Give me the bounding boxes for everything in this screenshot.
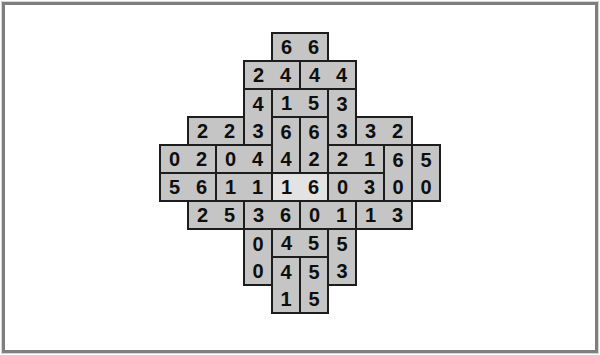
domino-value: 6 xyxy=(301,118,327,145)
domino-5-3[interactable]: 53 xyxy=(327,228,357,286)
domino-value: 2 xyxy=(189,202,216,228)
domino-0-1[interactable]: 01 xyxy=(299,200,357,230)
domino-value: 2 xyxy=(384,118,411,144)
domino-value: 3 xyxy=(384,202,411,228)
domino-value: 6 xyxy=(385,146,411,173)
domino-value: 1 xyxy=(357,202,384,228)
domino-value: 2 xyxy=(216,118,243,144)
page: 6624444315332264623202042160505611160325… xyxy=(0,0,600,355)
domino-value: 5 xyxy=(216,202,243,228)
domino-0-0[interactable]: 00 xyxy=(243,228,273,286)
domino-value: 1 xyxy=(328,202,355,228)
domino-value: 6 xyxy=(273,118,299,145)
domino-value: 4 xyxy=(244,146,271,172)
domino-value: 4 xyxy=(301,62,328,88)
domino-value: 5 xyxy=(413,146,439,173)
domino-board: 6624444315332264623202042160505611160325… xyxy=(160,33,440,313)
domino-value: 4 xyxy=(245,90,271,117)
domino-0-3[interactable]: 03 xyxy=(327,172,385,202)
domino-value: 3 xyxy=(357,118,384,144)
domino-value: 5 xyxy=(300,90,327,116)
domino-3-3[interactable]: 33 xyxy=(327,88,357,146)
domino-2-4[interactable]: 24 xyxy=(243,60,301,90)
domino-value: 5 xyxy=(329,230,355,257)
domino-1-3[interactable]: 13 xyxy=(355,200,413,230)
domino-value: 6 xyxy=(300,174,327,200)
domino-value: 5 xyxy=(301,258,327,285)
domino-value: 6 xyxy=(272,202,299,228)
domino-3-6[interactable]: 36 xyxy=(243,200,301,230)
domino-value: 3 xyxy=(329,257,355,284)
domino-value: 0 xyxy=(161,146,188,172)
domino-4-1[interactable]: 41 xyxy=(271,256,301,314)
domino-value: 3 xyxy=(329,90,355,117)
domino-value: 6 xyxy=(188,174,215,200)
domino-6-4[interactable]: 64 xyxy=(271,116,301,174)
domino-3-2[interactable]: 32 xyxy=(355,116,413,146)
domino-1-6[interactable]: 16 xyxy=(271,172,329,202)
domino-4-3[interactable]: 43 xyxy=(243,88,273,146)
domino-4-5[interactable]: 45 xyxy=(271,228,329,258)
domino-value: 4 xyxy=(328,62,355,88)
domino-value: 6 xyxy=(273,34,300,60)
domino-1-1[interactable]: 11 xyxy=(215,172,273,202)
domino-value: 1 xyxy=(273,174,300,200)
domino-value: 0 xyxy=(217,146,244,172)
domino-value: 1 xyxy=(356,146,383,172)
domino-value: 5 xyxy=(301,285,327,312)
domino-value: 1 xyxy=(273,285,299,312)
domino-2-1[interactable]: 21 xyxy=(327,144,385,174)
domino-6-6[interactable]: 66 xyxy=(271,32,329,62)
domino-value: 5 xyxy=(300,230,327,256)
domino-value: 4 xyxy=(273,258,299,285)
domino-value: 3 xyxy=(329,117,355,144)
domino-value: 4 xyxy=(273,230,300,256)
domino-4-4[interactable]: 44 xyxy=(299,60,357,90)
domino-value: 0 xyxy=(301,202,328,228)
domino-value: 0 xyxy=(385,173,411,200)
domino-6-0[interactable]: 60 xyxy=(383,144,413,202)
domino-value: 2 xyxy=(245,62,272,88)
domino-2-5[interactable]: 25 xyxy=(187,200,245,230)
domino-value: 2 xyxy=(189,118,216,144)
domino-6-2[interactable]: 62 xyxy=(299,116,329,174)
domino-value: 2 xyxy=(188,146,215,172)
domino-value: 6 xyxy=(300,34,327,60)
domino-0-4[interactable]: 04 xyxy=(215,144,273,174)
domino-value: 1 xyxy=(273,90,300,116)
domino-value: 0 xyxy=(245,257,271,284)
domino-value: 1 xyxy=(244,174,271,200)
domino-value: 2 xyxy=(301,145,327,172)
domino-value: 1 xyxy=(217,174,244,200)
domino-value: 0 xyxy=(245,230,271,257)
domino-value: 3 xyxy=(245,202,272,228)
domino-value: 5 xyxy=(161,174,188,200)
domino-0-2[interactable]: 02 xyxy=(159,144,217,174)
domino-value: 2 xyxy=(329,146,356,172)
domino-5-5[interactable]: 55 xyxy=(299,256,329,314)
domino-value: 3 xyxy=(356,174,383,200)
domino-value: 4 xyxy=(273,145,299,172)
domino-5-6[interactable]: 56 xyxy=(159,172,217,202)
domino-value: 0 xyxy=(413,173,439,200)
domino-5-0[interactable]: 50 xyxy=(411,144,441,202)
domino-value: 0 xyxy=(329,174,356,200)
domino-2-2[interactable]: 22 xyxy=(187,116,245,146)
domino-1-5[interactable]: 15 xyxy=(271,88,329,118)
domino-value: 4 xyxy=(272,62,299,88)
domino-value: 3 xyxy=(245,117,271,144)
